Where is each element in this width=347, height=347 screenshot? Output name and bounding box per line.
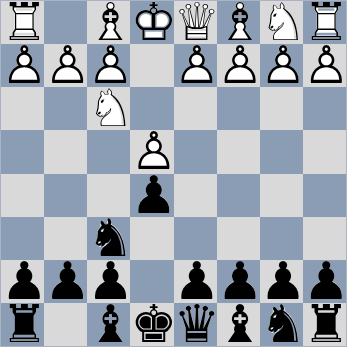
piece-white-pawn: ♟♙	[260, 44, 303, 87]
square-f6[interactable]: ♘♞	[87, 217, 130, 260]
square-b1[interactable]: ♞♘	[260, 1, 303, 44]
piece-detail-layer: ♙	[130, 174, 173, 217]
piece-outline-layer: ♙	[260, 44, 303, 87]
square-a4[interactable]	[303, 130, 346, 173]
piece-white-pawn: ♟♙	[130, 130, 173, 173]
square-b4[interactable]	[260, 130, 303, 173]
piece-detail-layer: ♖	[303, 303, 346, 346]
piece-black-pawn: ♙♟	[130, 174, 173, 217]
piece-white-knight: ♞♘	[260, 1, 303, 44]
square-d5[interactable]	[174, 174, 217, 217]
square-f3[interactable]: ♞♘	[87, 87, 130, 130]
piece-fill-layer: ♞	[87, 217, 130, 260]
square-c8[interactable]: ♗♝	[217, 303, 260, 346]
square-b5[interactable]	[260, 174, 303, 217]
piece-white-pawn: ♟♙	[303, 44, 346, 87]
square-a5[interactable]	[303, 174, 346, 217]
piece-black-pawn: ♙♟	[260, 260, 303, 303]
piece-detail-layer: ♘	[260, 303, 303, 346]
piece-outline-layer: ♙	[174, 44, 217, 87]
piece-outline-layer: ♖	[303, 1, 346, 44]
piece-fill-layer: ♝	[217, 1, 260, 44]
piece-outline-layer: ♙	[217, 44, 260, 87]
square-h7[interactable]: ♙♟	[1, 260, 44, 303]
square-c3[interactable]	[217, 87, 260, 130]
piece-detail-layer: ♘	[87, 217, 130, 260]
piece-fill-layer: ♟	[87, 260, 130, 303]
square-f7[interactable]: ♙♟	[87, 260, 130, 303]
piece-detail-layer: ♗	[87, 303, 130, 346]
chess-board: ♜♖♝♗♚♔♛♕♝♗♞♘♜♖♟♙♟♙♟♙♟♙♟♙♟♙♟♙♞♘♟♙♙♟♘♞♙♟♙♟…	[0, 0, 347, 347]
square-d3[interactable]	[174, 87, 217, 130]
square-a1[interactable]: ♜♖	[303, 1, 346, 44]
piece-outline-layer: ♔	[130, 1, 173, 44]
square-e4[interactable]: ♟♙	[130, 130, 173, 173]
square-f1[interactable]: ♝♗	[87, 1, 130, 44]
square-b6[interactable]	[260, 217, 303, 260]
piece-outline-layer: ♗	[87, 1, 130, 44]
piece-fill-layer: ♞	[260, 1, 303, 44]
square-e8[interactable]: ♔♚	[130, 303, 173, 346]
piece-black-bishop: ♗♝	[87, 303, 130, 346]
piece-outline-layer: ♗	[217, 1, 260, 44]
square-c5[interactable]	[217, 174, 260, 217]
piece-fill-layer: ♟	[130, 174, 173, 217]
piece-white-rook: ♜♖	[303, 1, 346, 44]
square-f2[interactable]: ♟♙	[87, 44, 130, 87]
square-c1[interactable]: ♝♗	[217, 1, 260, 44]
piece-fill-layer: ♛	[174, 303, 217, 346]
piece-white-knight: ♞♘	[87, 87, 130, 130]
piece-fill-layer: ♟	[130, 130, 173, 173]
piece-outline-layer: ♘	[87, 87, 130, 130]
square-e6[interactable]	[130, 217, 173, 260]
square-d6[interactable]	[174, 217, 217, 260]
piece-white-pawn: ♟♙	[87, 44, 130, 87]
square-b2[interactable]: ♟♙	[260, 44, 303, 87]
piece-fill-layer: ♟	[217, 260, 260, 303]
square-b3[interactable]	[260, 87, 303, 130]
piece-fill-layer: ♜	[303, 303, 346, 346]
piece-fill-layer: ♟	[303, 44, 346, 87]
piece-outline-layer: ♕	[174, 1, 217, 44]
square-e1[interactable]: ♚♔	[130, 1, 173, 44]
piece-white-bishop: ♝♗	[217, 1, 260, 44]
piece-black-bishop: ♗♝	[217, 303, 260, 346]
piece-black-king: ♔♚	[130, 303, 173, 346]
piece-fill-layer: ♚	[130, 303, 173, 346]
square-h3[interactable]	[1, 87, 44, 130]
piece-outline-layer: ♙	[130, 130, 173, 173]
piece-outline-layer: ♙	[303, 44, 346, 87]
piece-detail-layer: ♙	[44, 260, 87, 303]
square-d2[interactable]: ♟♙	[174, 44, 217, 87]
square-d4[interactable]	[174, 130, 217, 173]
square-d7[interactable]: ♙♟	[174, 260, 217, 303]
square-g8[interactable]	[44, 303, 87, 346]
piece-black-pawn: ♙♟	[44, 260, 87, 303]
square-g2[interactable]: ♟♙	[44, 44, 87, 87]
piece-black-pawn: ♙♟	[1, 260, 44, 303]
square-g5[interactable]	[44, 174, 87, 217]
square-g1[interactable]	[44, 1, 87, 44]
square-a3[interactable]	[303, 87, 346, 130]
piece-black-queen: ♕♛	[174, 303, 217, 346]
piece-detail-layer: ♖	[1, 303, 44, 346]
square-h1[interactable]: ♜♖	[1, 1, 44, 44]
piece-detail-layer: ♗	[217, 303, 260, 346]
square-f4[interactable]	[87, 130, 130, 173]
piece-outline-layer: ♖	[1, 1, 44, 44]
square-c2[interactable]: ♟♙	[217, 44, 260, 87]
piece-fill-layer: ♟	[1, 44, 44, 87]
square-c4[interactable]	[217, 130, 260, 173]
square-g7[interactable]: ♙♟	[44, 260, 87, 303]
square-b7[interactable]: ♙♟	[260, 260, 303, 303]
piece-fill-layer: ♝	[87, 303, 130, 346]
square-e5[interactable]: ♙♟	[130, 174, 173, 217]
piece-fill-layer: ♝	[217, 303, 260, 346]
square-a8[interactable]: ♖♜	[303, 303, 346, 346]
piece-detail-layer: ♔	[130, 303, 173, 346]
piece-black-pawn: ♙♟	[217, 260, 260, 303]
piece-outline-layer: ♙	[87, 44, 130, 87]
piece-outline-layer: ♙	[1, 44, 44, 87]
piece-white-rook: ♜♖	[1, 1, 44, 44]
piece-fill-layer: ♟	[260, 44, 303, 87]
piece-black-pawn: ♙♟	[174, 260, 217, 303]
square-c6[interactable]	[217, 217, 260, 260]
piece-fill-layer: ♞	[87, 87, 130, 130]
square-g6[interactable]	[44, 217, 87, 260]
piece-white-pawn: ♟♙	[44, 44, 87, 87]
piece-fill-layer: ♟	[174, 44, 217, 87]
square-f5[interactable]	[87, 174, 130, 217]
piece-fill-layer: ♟	[1, 260, 44, 303]
square-h6[interactable]	[1, 217, 44, 260]
square-e2[interactable]	[130, 44, 173, 87]
square-h4[interactable]	[1, 130, 44, 173]
square-h8[interactable]: ♖♜	[1, 303, 44, 346]
square-a2[interactable]: ♟♙	[303, 44, 346, 87]
square-g4[interactable]	[44, 130, 87, 173]
piece-fill-layer: ♜	[303, 1, 346, 44]
piece-black-knight: ♘♞	[260, 303, 303, 346]
square-d8[interactable]: ♕♛	[174, 303, 217, 346]
piece-black-knight: ♘♞	[87, 217, 130, 260]
piece-detail-layer: ♙	[87, 260, 130, 303]
piece-white-pawn: ♟♙	[174, 44, 217, 87]
piece-fill-layer: ♝	[87, 1, 130, 44]
piece-fill-layer: ♚	[130, 1, 173, 44]
piece-black-rook: ♖♜	[303, 303, 346, 346]
piece-detail-layer: ♙	[303, 260, 346, 303]
piece-fill-layer: ♜	[1, 1, 44, 44]
square-h5[interactable]	[1, 174, 44, 217]
piece-outline-layer: ♘	[260, 1, 303, 44]
square-a6[interactable]	[303, 217, 346, 260]
piece-detail-layer: ♙	[217, 260, 260, 303]
piece-fill-layer: ♟	[87, 44, 130, 87]
piece-white-bishop: ♝♗	[87, 1, 130, 44]
piece-fill-layer: ♟	[174, 260, 217, 303]
piece-fill-layer: ♟	[303, 260, 346, 303]
piece-fill-layer: ♛	[174, 1, 217, 44]
piece-outline-layer: ♙	[44, 44, 87, 87]
piece-black-pawn: ♙♟	[303, 260, 346, 303]
piece-white-king: ♚♔	[130, 1, 173, 44]
piece-black-pawn: ♙♟	[87, 260, 130, 303]
square-d1[interactable]: ♛♕	[174, 1, 217, 44]
board-grid: ♜♖♝♗♚♔♛♕♝♗♞♘♜♖♟♙♟♙♟♙♟♙♟♙♟♙♟♙♞♘♟♙♙♟♘♞♙♟♙♟…	[1, 1, 346, 346]
piece-black-rook: ♖♜	[1, 303, 44, 346]
piece-fill-layer: ♟	[44, 44, 87, 87]
square-a7[interactable]: ♙♟	[303, 260, 346, 303]
piece-fill-layer: ♟	[44, 260, 87, 303]
piece-detail-layer: ♙	[174, 260, 217, 303]
square-h2[interactable]: ♟♙	[1, 44, 44, 87]
square-f8[interactable]: ♗♝	[87, 303, 130, 346]
square-b8[interactable]: ♘♞	[260, 303, 303, 346]
square-e7[interactable]	[130, 260, 173, 303]
piece-fill-layer: ♞	[260, 303, 303, 346]
piece-fill-layer: ♟	[260, 260, 303, 303]
piece-fill-layer: ♟	[217, 44, 260, 87]
piece-white-pawn: ♟♙	[217, 44, 260, 87]
square-g3[interactable]	[44, 87, 87, 130]
square-e3[interactable]	[130, 87, 173, 130]
piece-white-queen: ♛♕	[174, 1, 217, 44]
piece-white-pawn: ♟♙	[1, 44, 44, 87]
piece-detail-layer: ♙	[260, 260, 303, 303]
piece-fill-layer: ♜	[1, 303, 44, 346]
square-c7[interactable]: ♙♟	[217, 260, 260, 303]
piece-detail-layer: ♕	[174, 303, 217, 346]
piece-detail-layer: ♙	[1, 260, 44, 303]
